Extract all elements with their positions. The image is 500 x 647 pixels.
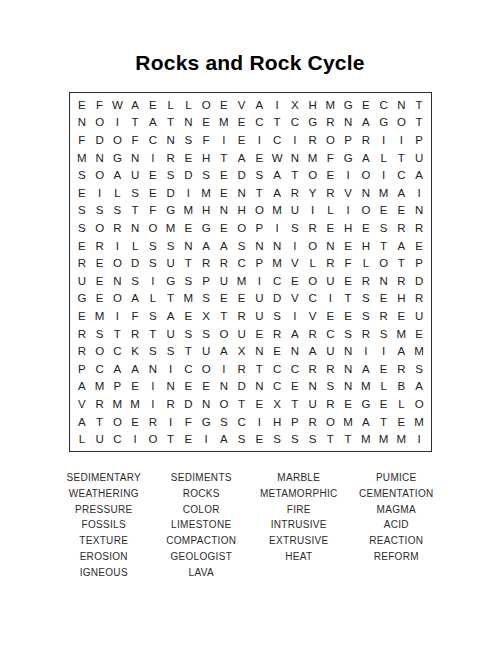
grid-cell-r10c1[interactable]: R bbox=[73, 254, 91, 272]
grid-cell-r9c10[interactable]: S bbox=[233, 237, 251, 255]
grid-cell-r16c12[interactable]: C bbox=[268, 360, 286, 378]
grid-cell-r1c8[interactable]: O bbox=[197, 96, 215, 114]
grid-cell-r5c18[interactable]: I bbox=[375, 166, 393, 184]
grid-cell-r10c8[interactable]: R bbox=[197, 254, 215, 272]
grid-cell-r12c5[interactable]: L bbox=[144, 290, 162, 308]
grid-cell-r15c18[interactable]: I bbox=[375, 342, 393, 360]
grid-cell-r6c1[interactable]: E bbox=[73, 184, 91, 202]
grid-cell-r17c14[interactable]: N bbox=[304, 378, 322, 396]
grid-cell-r14c14[interactable]: R bbox=[304, 325, 322, 343]
grid-cell-r20c5[interactable]: O bbox=[144, 430, 162, 448]
grid-cell-r2c17[interactable]: A bbox=[357, 114, 375, 132]
grid-cell-r13c3[interactable]: I bbox=[109, 307, 127, 325]
grid-cell-r18c9[interactable]: O bbox=[215, 395, 233, 413]
grid-cell-r4c7[interactable]: E bbox=[180, 149, 198, 167]
grid-cell-r3c4[interactable]: F bbox=[126, 131, 144, 149]
grid-cell-r3c8[interactable]: F bbox=[197, 131, 215, 149]
grid-cell-r19c9[interactable]: S bbox=[215, 413, 233, 431]
grid-cell-r16c18[interactable]: E bbox=[375, 360, 393, 378]
grid-cell-r1c19[interactable]: N bbox=[393, 96, 411, 114]
grid-cell-r5c1[interactable]: S bbox=[73, 166, 91, 184]
grid-cell-r1c6[interactable]: L bbox=[162, 96, 180, 114]
grid-cell-r4c20[interactable]: U bbox=[410, 149, 428, 167]
grid-cell-r2c11[interactable]: C bbox=[251, 114, 269, 132]
grid-cell-r3c1[interactable]: F bbox=[73, 131, 91, 149]
grid-cell-r12c13[interactable]: V bbox=[286, 290, 304, 308]
grid-cell-r20c20[interactable]: I bbox=[410, 430, 428, 448]
grid-cell-r2c3[interactable]: I bbox=[109, 114, 127, 132]
grid-cell-r19c18[interactable]: T bbox=[375, 413, 393, 431]
grid-cell-r9c5[interactable]: S bbox=[144, 237, 162, 255]
grid-cell-r7c10[interactable]: H bbox=[233, 202, 251, 220]
grid-cell-r16c7[interactable]: C bbox=[180, 360, 198, 378]
grid-cell-r12c8[interactable]: S bbox=[197, 290, 215, 308]
grid-cell-r16c1[interactable]: P bbox=[73, 360, 91, 378]
grid-cell-r16c11[interactable]: T bbox=[251, 360, 269, 378]
grid-cell-r5c2[interactable]: O bbox=[91, 166, 109, 184]
grid-cell-r16c15[interactable]: R bbox=[322, 360, 340, 378]
grid-cell-r11c5[interactable]: I bbox=[144, 272, 162, 290]
grid-cell-r5c9[interactable]: E bbox=[215, 166, 233, 184]
grid-cell-r19c2[interactable]: T bbox=[91, 413, 109, 431]
grid-cell-r14c5[interactable]: T bbox=[144, 325, 162, 343]
grid-cell-r1c15[interactable]: M bbox=[322, 96, 340, 114]
grid-cell-r15c10[interactable]: X bbox=[233, 342, 251, 360]
grid-cell-r14c19[interactable]: M bbox=[393, 325, 411, 343]
grid-cell-r7c17[interactable]: O bbox=[357, 202, 375, 220]
grid-cell-r17c1[interactable]: A bbox=[73, 378, 91, 396]
grid-cell-r9c12[interactable]: N bbox=[268, 237, 286, 255]
grid-cell-r8c15[interactable]: E bbox=[322, 219, 340, 237]
grid-cell-r14c7[interactable]: S bbox=[180, 325, 198, 343]
grid-cell-r1c18[interactable]: C bbox=[375, 96, 393, 114]
grid-cell-r1c17[interactable]: E bbox=[357, 96, 375, 114]
grid-cell-r2c10[interactable]: E bbox=[233, 114, 251, 132]
grid-cell-r4c8[interactable]: H bbox=[197, 149, 215, 167]
grid-cell-r17c11[interactable]: N bbox=[251, 378, 269, 396]
grid-cell-r13c2[interactable]: M bbox=[91, 307, 109, 325]
grid-cell-r10c20[interactable]: P bbox=[410, 254, 428, 272]
grid-cell-r11c16[interactable]: E bbox=[339, 272, 357, 290]
grid-cell-r17c7[interactable]: E bbox=[180, 378, 198, 396]
grid-cell-r19c1[interactable]: A bbox=[73, 413, 91, 431]
grid-cell-r2c14[interactable]: G bbox=[304, 114, 322, 132]
grid-cell-r19c6[interactable]: I bbox=[162, 413, 180, 431]
grid-cell-r9c20[interactable]: E bbox=[410, 237, 428, 255]
grid-cell-r15c6[interactable]: S bbox=[162, 342, 180, 360]
grid-cell-r11c9[interactable]: U bbox=[215, 272, 233, 290]
grid-cell-r13c4[interactable]: F bbox=[126, 307, 144, 325]
grid-cell-r6c19[interactable]: A bbox=[393, 184, 411, 202]
grid-cell-r18c16[interactable]: E bbox=[339, 395, 357, 413]
grid-cell-r10c19[interactable]: T bbox=[393, 254, 411, 272]
grid-cell-r8c11[interactable]: P bbox=[251, 219, 269, 237]
grid-cell-r18c3[interactable]: M bbox=[109, 395, 127, 413]
grid-cell-r13c1[interactable]: E bbox=[73, 307, 91, 325]
grid-cell-r4c1[interactable]: M bbox=[73, 149, 91, 167]
grid-cell-r13c15[interactable]: E bbox=[322, 307, 340, 325]
grid-cell-r9c9[interactable]: A bbox=[215, 237, 233, 255]
grid-cell-r20c18[interactable]: M bbox=[375, 430, 393, 448]
grid-cell-r10c14[interactable]: L bbox=[304, 254, 322, 272]
grid-cell-r20c12[interactable]: S bbox=[268, 430, 286, 448]
grid-cell-r3c11[interactable]: I bbox=[251, 131, 269, 149]
grid-cell-r8c17[interactable]: E bbox=[357, 219, 375, 237]
grid-cell-r16c19[interactable]: R bbox=[393, 360, 411, 378]
grid-cell-r18c7[interactable]: D bbox=[180, 395, 198, 413]
grid-cell-r9c8[interactable]: A bbox=[197, 237, 215, 255]
grid-cell-r5c12[interactable]: A bbox=[268, 166, 286, 184]
grid-cell-r2c5[interactable]: A bbox=[144, 114, 162, 132]
grid-cell-r13c16[interactable]: E bbox=[339, 307, 357, 325]
grid-cell-r9c16[interactable]: E bbox=[339, 237, 357, 255]
grid-cell-r1c7[interactable]: L bbox=[180, 96, 198, 114]
grid-cell-r20c19[interactable]: M bbox=[393, 430, 411, 448]
grid-cell-r12c4[interactable]: A bbox=[126, 290, 144, 308]
grid-cell-r7c18[interactable]: E bbox=[375, 202, 393, 220]
grid-cell-r17c9[interactable]: N bbox=[215, 378, 233, 396]
grid-cell-r8c2[interactable]: O bbox=[91, 219, 109, 237]
grid-cell-r15c2[interactable]: O bbox=[91, 342, 109, 360]
grid-cell-r4c4[interactable]: N bbox=[126, 149, 144, 167]
grid-cell-r7c12[interactable]: M bbox=[268, 202, 286, 220]
grid-cell-r3c9[interactable]: I bbox=[215, 131, 233, 149]
grid-cell-r11c3[interactable]: N bbox=[109, 272, 127, 290]
grid-cell-r2c2[interactable]: O bbox=[91, 114, 109, 132]
grid-cell-r3c6[interactable]: N bbox=[162, 131, 180, 149]
grid-cell-r13c13[interactable]: I bbox=[286, 307, 304, 325]
grid-cell-r11c2[interactable]: E bbox=[91, 272, 109, 290]
grid-cell-r15c20[interactable]: M bbox=[410, 342, 428, 360]
grid-cell-r2c7[interactable]: N bbox=[180, 114, 198, 132]
grid-cell-r19c3[interactable]: O bbox=[109, 413, 127, 431]
grid-cell-r11c18[interactable]: N bbox=[375, 272, 393, 290]
grid-cell-r7c2[interactable]: S bbox=[91, 202, 109, 220]
grid-cell-r11c10[interactable]: M bbox=[233, 272, 251, 290]
grid-cell-r14c1[interactable]: R bbox=[73, 325, 91, 343]
grid-cell-r9c1[interactable]: E bbox=[73, 237, 91, 255]
grid-cell-r12c9[interactable]: E bbox=[215, 290, 233, 308]
grid-cell-r11c20[interactable]: D bbox=[410, 272, 428, 290]
grid-cell-r11c13[interactable]: E bbox=[286, 272, 304, 290]
grid-cell-r7c7[interactable]: M bbox=[180, 202, 198, 220]
grid-cell-r7c11[interactable]: O bbox=[251, 202, 269, 220]
grid-cell-r11c8[interactable]: P bbox=[197, 272, 215, 290]
grid-cell-r20c7[interactable]: E bbox=[180, 430, 198, 448]
grid-cell-r3c13[interactable]: I bbox=[286, 131, 304, 149]
grid-cell-r5c10[interactable]: D bbox=[233, 166, 251, 184]
grid-cell-r4c19[interactable]: T bbox=[393, 149, 411, 167]
grid-cell-r18c13[interactable]: T bbox=[286, 395, 304, 413]
grid-cell-r16c10[interactable]: R bbox=[233, 360, 251, 378]
grid-cell-r1c2[interactable]: F bbox=[91, 96, 109, 114]
grid-cell-r15c8[interactable]: U bbox=[197, 342, 215, 360]
grid-cell-r16c8[interactable]: O bbox=[197, 360, 215, 378]
grid-cell-r5c13[interactable]: T bbox=[286, 166, 304, 184]
grid-cell-r15c11[interactable]: N bbox=[251, 342, 269, 360]
grid-cell-r6c5[interactable]: E bbox=[144, 184, 162, 202]
grid-cell-r10c4[interactable]: D bbox=[126, 254, 144, 272]
grid-cell-r6c16[interactable]: V bbox=[339, 184, 357, 202]
grid-cell-r8c10[interactable]: O bbox=[233, 219, 251, 237]
grid-cell-r19c4[interactable]: E bbox=[126, 413, 144, 431]
grid-cell-r9c13[interactable]: I bbox=[286, 237, 304, 255]
grid-cell-r20c1[interactable]: L bbox=[73, 430, 91, 448]
grid-cell-r14c8[interactable]: S bbox=[197, 325, 215, 343]
grid-cell-r18c4[interactable]: M bbox=[126, 395, 144, 413]
grid-cell-r7c3[interactable]: S bbox=[109, 202, 127, 220]
grid-cell-r6c2[interactable]: I bbox=[91, 184, 109, 202]
grid-cell-r20c3[interactable]: C bbox=[109, 430, 127, 448]
grid-cell-r13c19[interactable]: E bbox=[393, 307, 411, 325]
grid-cell-r18c11[interactable]: E bbox=[251, 395, 269, 413]
grid-cell-r2c16[interactable]: N bbox=[339, 114, 357, 132]
grid-cell-r9c3[interactable]: I bbox=[109, 237, 127, 255]
grid-cell-r18c2[interactable]: R bbox=[91, 395, 109, 413]
grid-cell-r14c11[interactable]: E bbox=[251, 325, 269, 343]
grid-cell-r2c9[interactable]: M bbox=[215, 114, 233, 132]
grid-cell-r9c15[interactable]: N bbox=[322, 237, 340, 255]
grid-cell-r4c13[interactable]: N bbox=[286, 149, 304, 167]
grid-cell-r1c3[interactable]: W bbox=[109, 96, 127, 114]
grid-cell-r4c14[interactable]: M bbox=[304, 149, 322, 167]
grid-cell-r3c10[interactable]: E bbox=[233, 131, 251, 149]
grid-cell-r6c6[interactable]: D bbox=[162, 184, 180, 202]
grid-cell-r4c18[interactable]: L bbox=[375, 149, 393, 167]
grid-cell-r14c12[interactable]: R bbox=[268, 325, 286, 343]
grid-cell-r5c20[interactable]: A bbox=[410, 166, 428, 184]
grid-cell-r10c9[interactable]: R bbox=[215, 254, 233, 272]
grid-cell-r13c20[interactable]: U bbox=[410, 307, 428, 325]
grid-cell-r12c12[interactable]: D bbox=[268, 290, 286, 308]
grid-cell-r18c5[interactable]: I bbox=[144, 395, 162, 413]
grid-cell-r4c11[interactable]: E bbox=[251, 149, 269, 167]
grid-cell-r6c8[interactable]: M bbox=[197, 184, 215, 202]
grid-cell-r14c16[interactable]: S bbox=[339, 325, 357, 343]
grid-cell-r4c10[interactable]: A bbox=[233, 149, 251, 167]
grid-cell-r13c17[interactable]: S bbox=[357, 307, 375, 325]
grid-cell-r2c15[interactable]: R bbox=[322, 114, 340, 132]
grid-cell-r6c12[interactable]: A bbox=[268, 184, 286, 202]
grid-cell-r14c20[interactable]: E bbox=[410, 325, 428, 343]
grid-cell-r6c9[interactable]: E bbox=[215, 184, 233, 202]
grid-cell-r8c12[interactable]: I bbox=[268, 219, 286, 237]
grid-cell-r20c11[interactable]: E bbox=[251, 430, 269, 448]
grid-cell-r19c20[interactable]: M bbox=[410, 413, 428, 431]
grid-cell-r6c14[interactable]: Y bbox=[304, 184, 322, 202]
grid-cell-r2c13[interactable]: C bbox=[286, 114, 304, 132]
grid-cell-r13c18[interactable]: R bbox=[375, 307, 393, 325]
grid-cell-r8c9[interactable]: E bbox=[215, 219, 233, 237]
grid-cell-r20c8[interactable]: I bbox=[197, 430, 215, 448]
grid-cell-r3c15[interactable]: O bbox=[322, 131, 340, 149]
grid-cell-r11c19[interactable]: R bbox=[393, 272, 411, 290]
grid-cell-r10c6[interactable]: U bbox=[162, 254, 180, 272]
grid-cell-r1c20[interactable]: T bbox=[410, 96, 428, 114]
grid-cell-r13c5[interactable]: S bbox=[144, 307, 162, 325]
grid-cell-r18c8[interactable]: N bbox=[197, 395, 215, 413]
grid-cell-r6c15[interactable]: R bbox=[322, 184, 340, 202]
grid-cell-r9c14[interactable]: O bbox=[304, 237, 322, 255]
grid-cell-r11c17[interactable]: R bbox=[357, 272, 375, 290]
grid-cell-r14c3[interactable]: T bbox=[109, 325, 127, 343]
grid-cell-r3c18[interactable]: I bbox=[375, 131, 393, 149]
grid-cell-r13c9[interactable]: T bbox=[215, 307, 233, 325]
grid-cell-r8c13[interactable]: S bbox=[286, 219, 304, 237]
grid-cell-r4c15[interactable]: F bbox=[322, 149, 340, 167]
grid-cell-r10c12[interactable]: M bbox=[268, 254, 286, 272]
grid-cell-r8c1[interactable]: S bbox=[73, 219, 91, 237]
grid-cell-r19c19[interactable]: E bbox=[393, 413, 411, 431]
grid-cell-r1c12[interactable]: I bbox=[268, 96, 286, 114]
grid-cell-r5c14[interactable]: O bbox=[304, 166, 322, 184]
grid-cell-r10c16[interactable]: F bbox=[339, 254, 357, 272]
grid-cell-r9c19[interactable]: A bbox=[393, 237, 411, 255]
grid-cell-r17c20[interactable]: A bbox=[410, 378, 428, 396]
grid-cell-r3c20[interactable]: P bbox=[410, 131, 428, 149]
grid-cell-r14c4[interactable]: R bbox=[126, 325, 144, 343]
grid-cell-r4c16[interactable]: G bbox=[339, 149, 357, 167]
grid-cell-r2c20[interactable]: T bbox=[410, 114, 428, 132]
grid-cell-r8c4[interactable]: N bbox=[126, 219, 144, 237]
grid-cell-r7c20[interactable]: N bbox=[410, 202, 428, 220]
grid-cell-r12c14[interactable]: C bbox=[304, 290, 322, 308]
grid-cell-r8c16[interactable]: H bbox=[339, 219, 357, 237]
grid-cell-r14c9[interactable]: O bbox=[215, 325, 233, 343]
grid-cell-r10c2[interactable]: E bbox=[91, 254, 109, 272]
grid-cell-r7c13[interactable]: U bbox=[286, 202, 304, 220]
grid-cell-r19c15[interactable]: O bbox=[322, 413, 340, 431]
grid-cell-r5c8[interactable]: S bbox=[197, 166, 215, 184]
grid-cell-r15c14[interactable]: A bbox=[304, 342, 322, 360]
grid-cell-r9c4[interactable]: L bbox=[126, 237, 144, 255]
grid-cell-r12c17[interactable]: S bbox=[357, 290, 375, 308]
grid-cell-r10c17[interactable]: L bbox=[357, 254, 375, 272]
grid-cell-r19c14[interactable]: R bbox=[304, 413, 322, 431]
grid-cell-r20c17[interactable]: M bbox=[357, 430, 375, 448]
grid-cell-r3c3[interactable]: O bbox=[109, 131, 127, 149]
grid-cell-r19c8[interactable]: G bbox=[197, 413, 215, 431]
grid-cell-r16c3[interactable]: A bbox=[109, 360, 127, 378]
grid-cell-r9c17[interactable]: H bbox=[357, 237, 375, 255]
grid-cell-r16c5[interactable]: N bbox=[144, 360, 162, 378]
grid-cell-r1c4[interactable]: A bbox=[126, 96, 144, 114]
grid-cell-r13c6[interactable]: A bbox=[162, 307, 180, 325]
grid-cell-r1c9[interactable]: E bbox=[215, 96, 233, 114]
grid-cell-r12c7[interactable]: M bbox=[180, 290, 198, 308]
grid-cell-r11c11[interactable]: I bbox=[251, 272, 269, 290]
grid-cell-r8c6[interactable]: M bbox=[162, 219, 180, 237]
grid-cell-r15c13[interactable]: N bbox=[286, 342, 304, 360]
grid-cell-r19c17[interactable]: A bbox=[357, 413, 375, 431]
grid-cell-r1c13[interactable]: X bbox=[286, 96, 304, 114]
grid-cell-r13c10[interactable]: R bbox=[233, 307, 251, 325]
grid-cell-r17c19[interactable]: B bbox=[393, 378, 411, 396]
grid-cell-r16c4[interactable]: A bbox=[126, 360, 144, 378]
grid-cell-r8c8[interactable]: G bbox=[197, 219, 215, 237]
grid-cell-r12c16[interactable]: T bbox=[339, 290, 357, 308]
grid-cell-r6c10[interactable]: N bbox=[233, 184, 251, 202]
grid-cell-r16c2[interactable]: C bbox=[91, 360, 109, 378]
grid-cell-r20c9[interactable]: A bbox=[215, 430, 233, 448]
grid-cell-r18c19[interactable]: L bbox=[393, 395, 411, 413]
grid-cell-r7c15[interactable]: L bbox=[322, 202, 340, 220]
grid-cell-r8c18[interactable]: S bbox=[375, 219, 393, 237]
grid-cell-r19c13[interactable]: P bbox=[286, 413, 304, 431]
grid-cell-r14c10[interactable]: U bbox=[233, 325, 251, 343]
grid-cell-r19c5[interactable]: R bbox=[144, 413, 162, 431]
grid-cell-r17c18[interactable]: L bbox=[375, 378, 393, 396]
grid-cell-r5c7[interactable]: D bbox=[180, 166, 198, 184]
grid-cell-r16c17[interactable]: A bbox=[357, 360, 375, 378]
grid-cell-r13c8[interactable]: X bbox=[197, 307, 215, 325]
grid-cell-r11c14[interactable]: O bbox=[304, 272, 322, 290]
grid-cell-r3c19[interactable]: I bbox=[393, 131, 411, 149]
grid-cell-r20c2[interactable]: U bbox=[91, 430, 109, 448]
grid-cell-r4c12[interactable]: W bbox=[268, 149, 286, 167]
grid-cell-r5c6[interactable]: S bbox=[162, 166, 180, 184]
grid-cell-r18c12[interactable]: X bbox=[268, 395, 286, 413]
grid-cell-r7c19[interactable]: E bbox=[393, 202, 411, 220]
grid-cell-r18c10[interactable]: T bbox=[233, 395, 251, 413]
grid-cell-r10c10[interactable]: C bbox=[233, 254, 251, 272]
grid-cell-r3c7[interactable]: S bbox=[180, 131, 198, 149]
grid-cell-r1c11[interactable]: A bbox=[251, 96, 269, 114]
grid-cell-r2c1[interactable]: N bbox=[73, 114, 91, 132]
grid-cell-r12c11[interactable]: U bbox=[251, 290, 269, 308]
grid-cell-r5c16[interactable]: I bbox=[339, 166, 357, 184]
grid-cell-r7c6[interactable]: G bbox=[162, 202, 180, 220]
grid-cell-r6c20[interactable]: I bbox=[410, 184, 428, 202]
grid-cell-r10c5[interactable]: S bbox=[144, 254, 162, 272]
grid-cell-r5c17[interactable]: O bbox=[357, 166, 375, 184]
grid-cell-r6c17[interactable]: N bbox=[357, 184, 375, 202]
grid-cell-r18c14[interactable]: U bbox=[304, 395, 322, 413]
grid-cell-r7c8[interactable]: H bbox=[197, 202, 215, 220]
grid-cell-r1c14[interactable]: H bbox=[304, 96, 322, 114]
grid-cell-r17c6[interactable]: N bbox=[162, 378, 180, 396]
grid-cell-r12c3[interactable]: O bbox=[109, 290, 127, 308]
grid-cell-r9c18[interactable]: T bbox=[375, 237, 393, 255]
grid-cell-r9c6[interactable]: S bbox=[162, 237, 180, 255]
grid-cell-r18c6[interactable]: R bbox=[162, 395, 180, 413]
grid-cell-r20c14[interactable]: S bbox=[304, 430, 322, 448]
grid-cell-r2c12[interactable]: T bbox=[268, 114, 286, 132]
grid-cell-r4c2[interactable]: N bbox=[91, 149, 109, 167]
grid-cell-r3c5[interactable]: C bbox=[144, 131, 162, 149]
grid-cell-r1c5[interactable]: E bbox=[144, 96, 162, 114]
grid-cell-r15c1[interactable]: R bbox=[73, 342, 91, 360]
grid-cell-r14c6[interactable]: U bbox=[162, 325, 180, 343]
grid-cell-r15c19[interactable]: A bbox=[393, 342, 411, 360]
grid-cell-r20c13[interactable]: S bbox=[286, 430, 304, 448]
grid-cell-r8c20[interactable]: R bbox=[410, 219, 428, 237]
grid-cell-r17c15[interactable]: S bbox=[322, 378, 340, 396]
grid-cell-r5c4[interactable]: U bbox=[126, 166, 144, 184]
grid-cell-r19c12[interactable]: H bbox=[268, 413, 286, 431]
grid-cell-r16c20[interactable]: S bbox=[410, 360, 428, 378]
grid-cell-r5c15[interactable]: E bbox=[322, 166, 340, 184]
grid-cell-r11c6[interactable]: G bbox=[162, 272, 180, 290]
grid-cell-r9c7[interactable]: N bbox=[180, 237, 198, 255]
grid-cell-r9c11[interactable]: N bbox=[251, 237, 269, 255]
grid-cell-r8c14[interactable]: R bbox=[304, 219, 322, 237]
grid-cell-r3c2[interactable]: D bbox=[91, 131, 109, 149]
grid-cell-r19c11[interactable]: I bbox=[251, 413, 269, 431]
grid-cell-r17c17[interactable]: M bbox=[357, 378, 375, 396]
grid-cell-r18c18[interactable]: E bbox=[375, 395, 393, 413]
grid-cell-r12c19[interactable]: H bbox=[393, 290, 411, 308]
